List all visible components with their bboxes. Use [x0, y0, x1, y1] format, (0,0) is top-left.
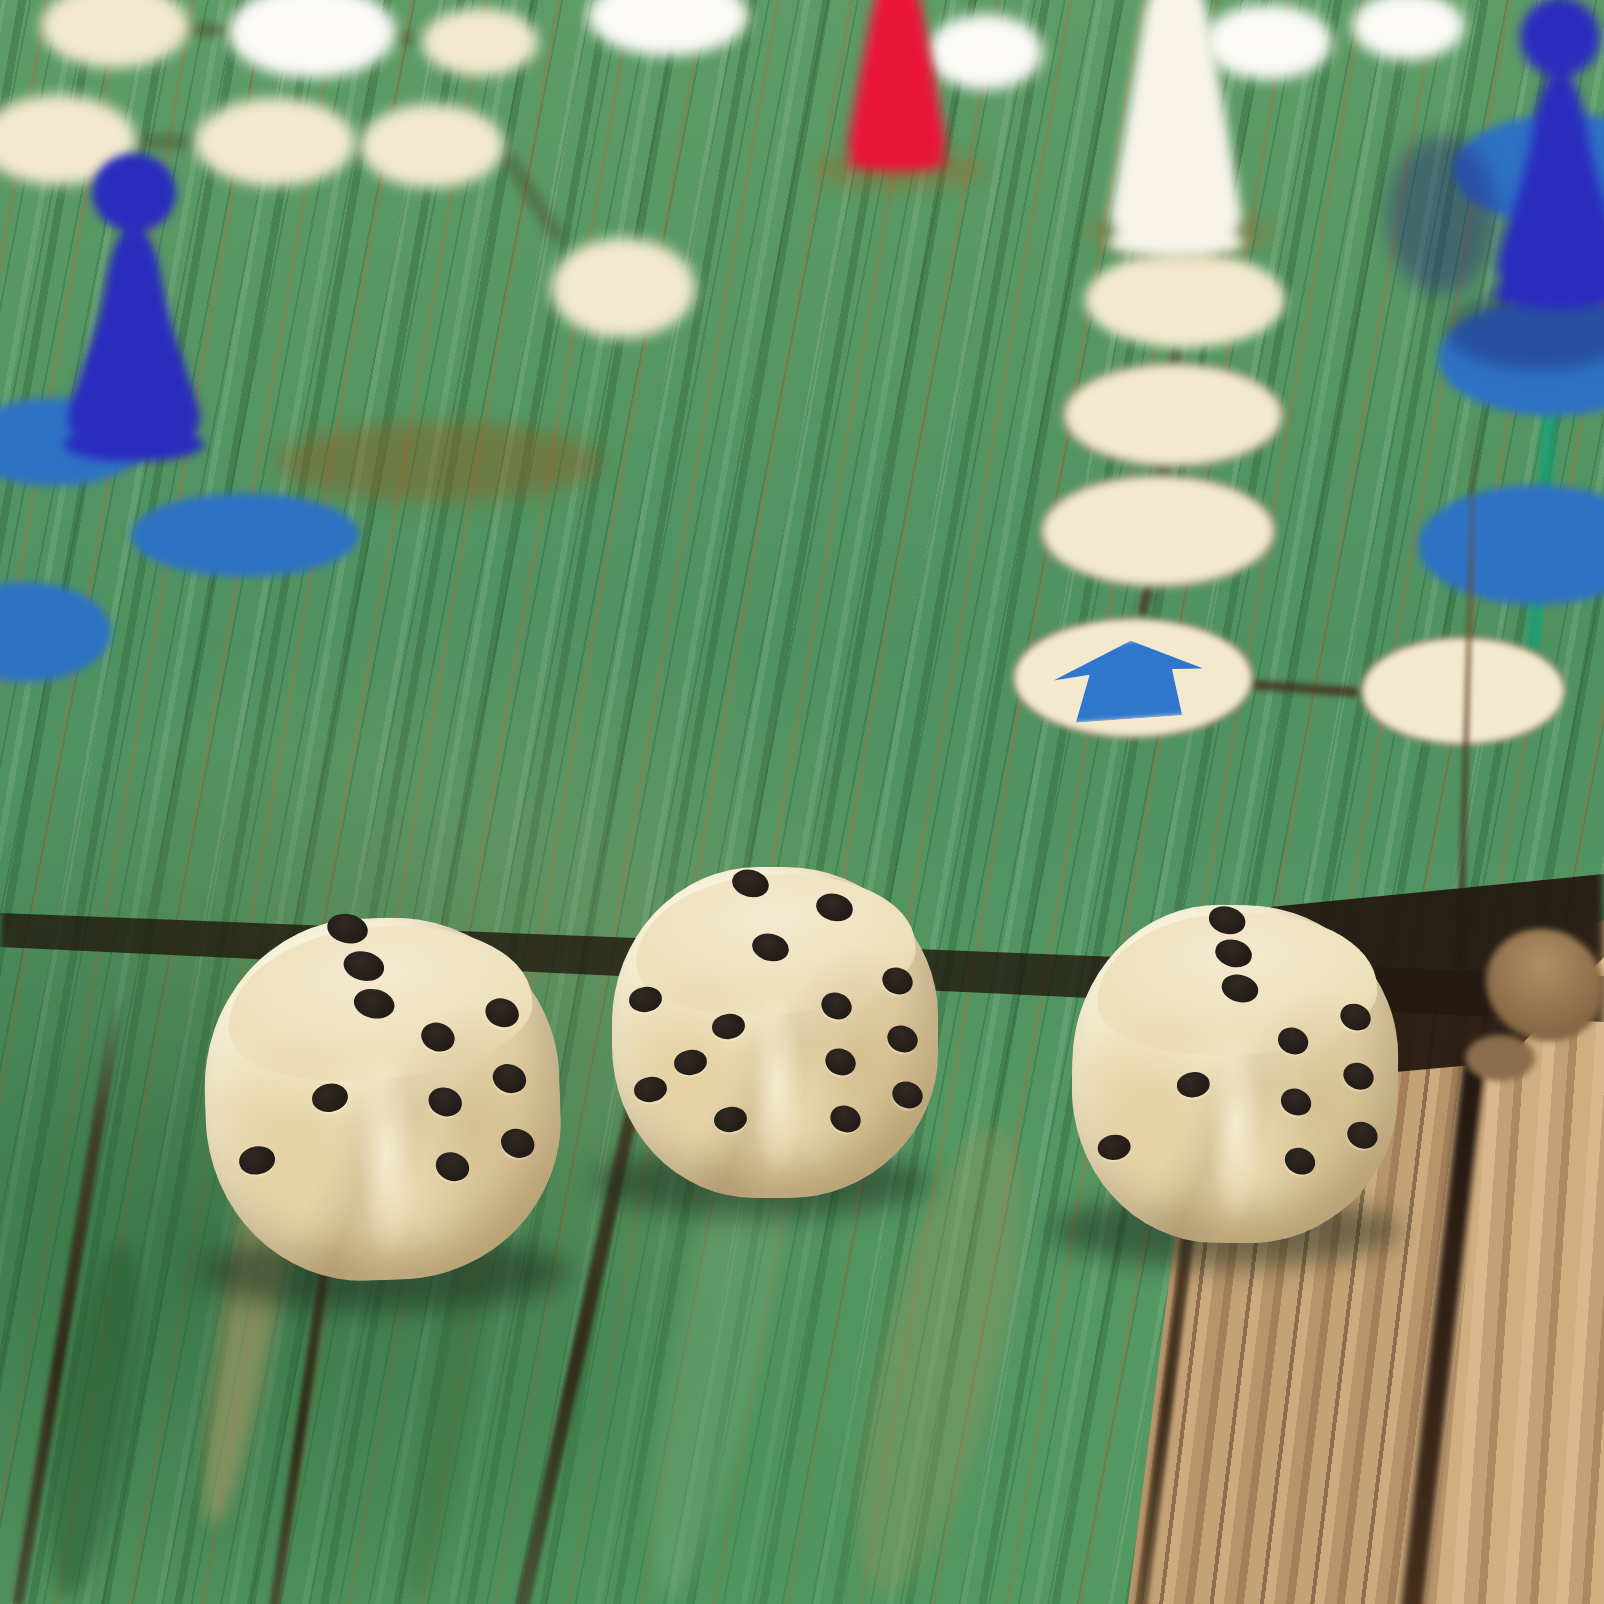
board-circle-cream	[1040, 474, 1276, 588]
board-circle-cream	[360, 104, 504, 188]
board-circle-blue	[131, 493, 359, 577]
pawn-shadow	[275, 422, 605, 502]
wood-log	[1465, 1035, 1535, 1081]
board-circle-cream	[1062, 362, 1284, 468]
red-cone-pawn	[822, 0, 972, 177]
blue-pawn-right	[1480, 0, 1604, 312]
die-3	[1069, 902, 1401, 1246]
die-1	[199, 912, 566, 1286]
die-2-ridge-highlight	[749, 986, 804, 1178]
white-cone-pawn	[1076, 0, 1276, 265]
board-circle-cream	[1085, 252, 1285, 348]
blue-pawn-left	[50, 148, 218, 463]
die-2	[612, 867, 938, 1198]
board-circle-cream	[195, 98, 355, 186]
board-circle-cream	[422, 8, 538, 76]
scene	[0, 0, 1604, 1604]
path-connector-line	[138, 138, 196, 145]
board-circle-cream	[551, 238, 695, 338]
